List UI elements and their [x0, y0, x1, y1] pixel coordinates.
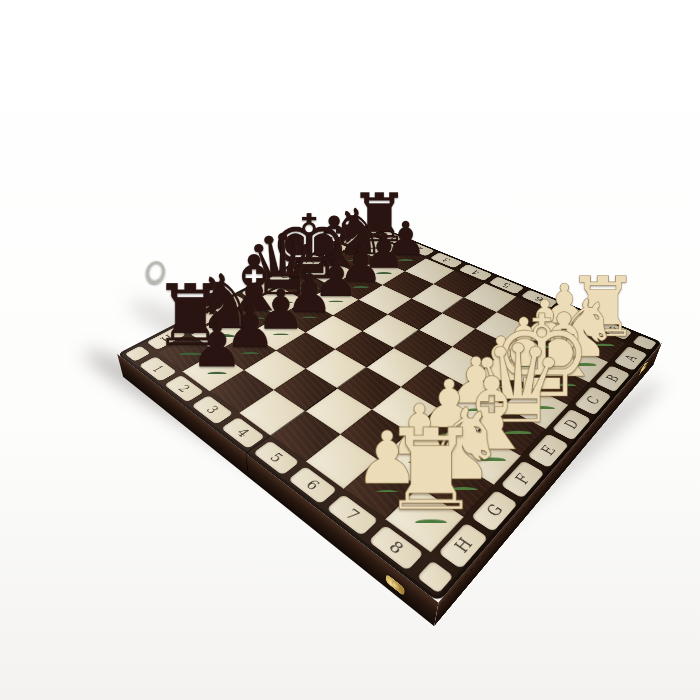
square-e5: [367, 348, 428, 387]
square-h4: [239, 390, 306, 436]
square-f7: [409, 408, 477, 458]
square-f6: [372, 387, 438, 433]
square-g7: [378, 433, 450, 487]
square-e7: [438, 385, 503, 430]
square-h7: [344, 459, 419, 519]
corner-inlay: [632, 335, 657, 350]
square-e6: [401, 366, 464, 408]
square-h6: [306, 434, 378, 489]
square-f8: [450, 431, 521, 485]
square-g6: [340, 410, 409, 460]
corner-inlay: [417, 560, 454, 593]
square-h2: [182, 352, 244, 392]
square-g5: [306, 388, 372, 434]
square-d7: [464, 365, 527, 407]
square-h8: [385, 487, 464, 553]
square-c8: [527, 363, 589, 405]
square-d8: [503, 384, 568, 429]
square-g3: [244, 351, 306, 390]
board-surface: HGFEDCBA1122334455667788HGFEDCBA: [117, 223, 662, 603]
square-c7: [488, 345, 548, 384]
corner-inlay: [125, 346, 151, 362]
square-d6: [428, 347, 489, 386]
chess-board: HGFEDCBA1122334455667788HGFEDCBA ♜♞♝♚♛♝♞…: [117, 223, 662, 603]
square-h3: [210, 370, 274, 413]
square-e8: [478, 406, 546, 455]
square-g4: [274, 369, 338, 411]
square-b8: [548, 344, 608, 382]
photo-stage: HGFEDCBA1122334455667788HGFEDCBA ♜♞♝♚♛♝♞…: [0, 0, 700, 700]
square-f4: [306, 349, 367, 388]
square-g8: [419, 458, 494, 517]
square-h5: [271, 411, 340, 461]
square-f5: [338, 367, 401, 409]
metal-hinge-ring-icon: [144, 259, 168, 286]
